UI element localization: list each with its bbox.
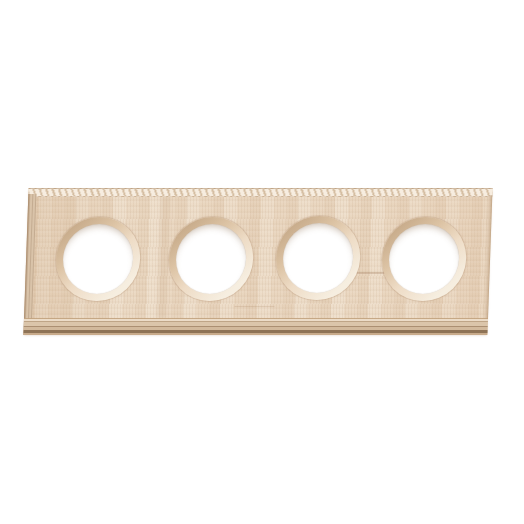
frame-hole-3: [275, 216, 362, 300]
right-side-edge: [483, 195, 492, 319]
photo-canvas: [0, 0, 524, 524]
grain-streak-horizontal: [234, 306, 274, 307]
hole-opening-3: [282, 223, 354, 293]
left-side-edge: [23, 194, 36, 335]
wooden-frame-plate: [23, 188, 492, 335]
frame-hole-1: [55, 217, 142, 301]
hole-opening-2: [175, 224, 247, 294]
frame-hole-4: [381, 217, 468, 301]
frame-hole-2: [168, 217, 255, 301]
top-bevel-edge: [28, 188, 492, 197]
bottom-molding-edge: [23, 318, 488, 335]
hole-opening-4: [388, 224, 460, 294]
hole-opening-1: [62, 224, 134, 294]
